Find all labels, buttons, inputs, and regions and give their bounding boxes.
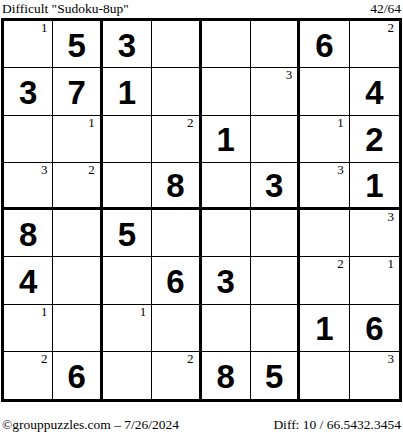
given-digit: 7: [67, 74, 85, 109]
corner-mark: 2: [88, 163, 95, 178]
cell-r7c5[interactable]: [202, 305, 251, 352]
given-digit: 1: [217, 121, 235, 156]
cell-r7c1[interactable]: 1: [4, 305, 53, 352]
cell-r6c6[interactable]: [251, 257, 300, 304]
cell-r1c2[interactable]: 5: [53, 21, 102, 68]
cell-r3c3[interactable]: [103, 116, 152, 163]
cell-r1c5[interactable]: [202, 21, 251, 68]
puzzle-page: Difficult "Sudoku-8up" 42/64 15362371341…: [0, 0, 403, 437]
cell-r2c8[interactable]: 4: [350, 68, 399, 115]
cell-r5c8[interactable]: 3: [350, 210, 399, 257]
cell-r2c6[interactable]: 3: [251, 68, 300, 115]
cell-r5c7[interactable]: [300, 210, 349, 257]
cell-r4c3[interactable]: [103, 163, 152, 210]
given-digit: 6: [315, 27, 333, 62]
sudoku-board: 153623713412112328331853463211116262853: [1, 18, 402, 402]
cell-r7c8[interactable]: 6: [350, 305, 399, 352]
cell-r6c5[interactable]: 3: [202, 257, 251, 304]
given-digit: 1: [118, 74, 136, 109]
given-digit: 8: [217, 358, 235, 393]
corner-mark: 2: [337, 257, 344, 272]
corner-mark: 2: [388, 21, 395, 36]
puzzle-title: Difficult "Sudoku-8up": [2, 1, 129, 17]
cell-r8c7[interactable]: [300, 352, 349, 399]
cell-r4c7[interactable]: 3: [300, 163, 349, 210]
cell-r3c2[interactable]: 1: [53, 116, 102, 163]
cell-r5c6[interactable]: [251, 210, 300, 257]
cell-r1c6[interactable]: [251, 21, 300, 68]
cell-r5c5[interactable]: [202, 210, 251, 257]
cell-r8c4[interactable]: 2: [152, 352, 201, 399]
corner-mark: 1: [88, 116, 95, 131]
cell-r7c2[interactable]: [53, 305, 102, 352]
given-digit: 1: [315, 310, 333, 345]
corner-mark: 2: [187, 352, 194, 367]
corner-mark: 3: [388, 210, 395, 225]
cell-r6c4[interactable]: 6: [152, 257, 201, 304]
cell-r5c2[interactable]: [53, 210, 102, 257]
corner-mark: 1: [388, 257, 395, 272]
cell-r4c5[interactable]: [202, 163, 251, 210]
given-digit: 5: [67, 27, 85, 62]
cell-r8c1[interactable]: 2: [4, 352, 53, 399]
copyright-text: ©grouppuzzles.com – 7/26/2024: [2, 417, 179, 433]
corner-mark: 1: [41, 21, 48, 36]
cell-r6c3[interactable]: [103, 257, 152, 304]
cell-r1c7[interactable]: 6: [300, 21, 349, 68]
cell-r2c2[interactable]: 7: [53, 68, 102, 115]
footer: ©grouppuzzles.com – 7/26/2024 Diff: 10 /…: [2, 417, 401, 433]
cell-r8c5[interactable]: 8: [202, 352, 251, 399]
given-digit: 3: [265, 167, 283, 202]
given-digit: 1: [365, 167, 383, 202]
given-digit: 3: [217, 263, 235, 298]
given-digit: 6: [166, 263, 184, 298]
cell-r6c2[interactable]: [53, 257, 102, 304]
corner-mark: 1: [41, 305, 48, 320]
cell-r8c3[interactable]: [103, 352, 152, 399]
difficulty-text: Diff: 10 / 66.5432.3454: [273, 417, 401, 433]
cell-r3c8[interactable]: 2: [350, 116, 399, 163]
cell-r3c6[interactable]: [251, 116, 300, 163]
cell-r5c4[interactable]: [152, 210, 201, 257]
given-digit: 3: [118, 27, 136, 62]
cell-r4c4[interactable]: 8: [152, 163, 201, 210]
cell-r7c6[interactable]: [251, 305, 300, 352]
given-digit: 6: [67, 358, 85, 393]
cell-r2c4[interactable]: [152, 68, 201, 115]
cell-r1c4[interactable]: [152, 21, 201, 68]
cell-r3c1[interactable]: [4, 116, 53, 163]
cell-r8c8[interactable]: 3: [350, 352, 399, 399]
corner-mark: 1: [337, 116, 344, 131]
cell-r1c8[interactable]: 2: [350, 21, 399, 68]
cell-r6c7[interactable]: 2: [300, 257, 349, 304]
cell-r2c5[interactable]: [202, 68, 251, 115]
cell-r4c1[interactable]: 3: [4, 163, 53, 210]
cell-r7c4[interactable]: [152, 305, 201, 352]
cell-r1c3[interactable]: 3: [103, 21, 152, 68]
cell-r5c3[interactable]: 5: [103, 210, 152, 257]
cell-r3c7[interactable]: 1: [300, 116, 349, 163]
given-digit: 8: [19, 216, 37, 251]
given-digit: 4: [19, 263, 37, 298]
given-digit: 3: [19, 74, 37, 109]
given-digit: 6: [365, 310, 383, 345]
cell-r4c8[interactable]: 1: [350, 163, 399, 210]
given-digit: 4: [365, 74, 383, 109]
corner-mark: 2: [187, 116, 194, 131]
cell-r4c2[interactable]: 2: [53, 163, 102, 210]
given-digit: 8: [166, 167, 184, 202]
corner-mark: 1: [140, 305, 147, 320]
cell-r7c3[interactable]: 1: [103, 305, 152, 352]
cell-r2c3[interactable]: 1: [103, 68, 152, 115]
cell-r5c1[interactable]: 8: [4, 210, 53, 257]
cell-r7c7[interactable]: 1: [300, 305, 349, 352]
clue-counter: 42/64: [370, 1, 401, 17]
header: Difficult "Sudoku-8up" 42/64: [2, 1, 401, 17]
cell-r8c6[interactable]: 5: [251, 352, 300, 399]
cell-r1c1[interactable]: 1: [4, 21, 53, 68]
given-digit: 2: [365, 121, 383, 156]
cell-r6c1[interactable]: 4: [4, 257, 53, 304]
cell-r4c6[interactable]: 3: [251, 163, 300, 210]
given-digit: 5: [118, 216, 136, 251]
corner-mark: 3: [41, 163, 48, 178]
cell-r6c8[interactable]: 1: [350, 257, 399, 304]
cell-r2c7[interactable]: [300, 68, 349, 115]
cell-r3c5[interactable]: 1: [202, 116, 251, 163]
corner-mark: 2: [41, 352, 48, 367]
corner-mark: 3: [337, 163, 344, 178]
given-digit: 5: [265, 358, 283, 393]
cell-r2c1[interactable]: 3: [4, 68, 53, 115]
corner-mark: 3: [388, 352, 395, 367]
corner-mark: 3: [286, 68, 293, 83]
cell-r3c4[interactable]: 2: [152, 116, 201, 163]
cell-r8c2[interactable]: 6: [53, 352, 102, 399]
